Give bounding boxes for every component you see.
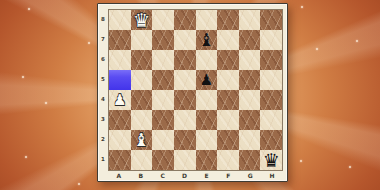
square-f7[interactable] [217,30,239,50]
square-d6[interactable] [174,50,196,70]
black-bishop[interactable]: ♝ [198,30,214,50]
rank-label-4: 4 [98,89,108,109]
square-e8[interactable] [196,10,218,30]
square-f2[interactable] [217,130,239,150]
square-f1[interactable] [217,150,239,170]
square-c5[interactable] [152,70,174,90]
white-bishop[interactable]: ♝ [133,130,149,150]
square-d2[interactable] [174,130,196,150]
square-h7[interactable] [260,30,282,50]
square-f3[interactable] [217,110,239,130]
square-g5[interactable] [239,70,261,90]
sparkle [25,156,27,158]
square-b6[interactable] [131,50,153,70]
square-g7[interactable] [239,30,261,50]
sparkle [78,183,80,185]
square-c7[interactable] [152,30,174,50]
sparkle [45,102,47,104]
square-g3[interactable] [239,110,261,130]
sparkle [300,160,302,162]
square-b7[interactable] [131,30,153,50]
square-d4[interactable] [174,90,196,110]
square-h3[interactable] [260,110,282,130]
square-h1[interactable]: ♛ [260,150,282,170]
square-a2[interactable] [109,130,131,150]
square-a7[interactable] [109,30,131,50]
square-e7[interactable]: ♝ [196,30,218,50]
sparkle [356,40,358,42]
square-b8[interactable]: ♛ [131,10,153,30]
sparkle [88,42,90,44]
square-c8[interactable] [152,10,174,30]
square-g6[interactable] [239,50,261,70]
rank-label-1: 1 [98,149,108,169]
square-h8[interactable] [260,10,282,30]
square-b2[interactable]: ♝ [131,130,153,150]
square-c3[interactable] [152,110,174,130]
sparkle [316,48,318,50]
square-a5[interactable] [109,70,131,90]
square-a1[interactable] [109,150,131,170]
square-e6[interactable] [196,50,218,70]
rank-label-7: 7 [98,29,108,49]
square-b3[interactable] [131,110,153,130]
square-e5[interactable]: ♟ [196,70,218,90]
square-d5[interactable] [174,70,196,90]
rank-labels: 87654321 [98,9,108,169]
square-f6[interactable] [217,50,239,70]
square-b1[interactable] [131,150,153,170]
black-queen[interactable]: ♛ [263,150,280,170]
square-f5[interactable] [217,70,239,90]
square-f4[interactable] [217,90,239,110]
square-h6[interactable] [260,50,282,70]
white-pawn[interactable]: ♟ [113,90,126,110]
white-queen[interactable]: ♛ [133,10,150,30]
square-b4[interactable] [131,90,153,110]
square-c1[interactable] [152,150,174,170]
square-e2[interactable] [196,130,218,150]
square-g8[interactable] [239,10,261,30]
chess-board: 87654321 ABCDEFGH ♛♝♟♟♝♛ [97,3,288,182]
sparkle [22,76,24,78]
rank-label-6: 6 [98,49,108,69]
square-c2[interactable] [152,130,174,150]
square-g2[interactable] [239,130,261,150]
rank-label-5: 5 [98,69,108,89]
square-c6[interactable] [152,50,174,70]
rank-label-2: 2 [98,129,108,149]
square-h2[interactable] [260,130,282,150]
square-b5[interactable] [131,70,153,90]
square-e4[interactable] [196,90,218,110]
square-a3[interactable] [109,110,131,130]
square-g1[interactable] [239,150,261,170]
square-d8[interactable] [174,10,196,30]
sparkle [28,8,30,10]
square-d7[interactable] [174,30,196,50]
black-pawn[interactable]: ♟ [200,70,213,90]
rank-label-8: 8 [98,9,108,29]
square-c4[interactable] [152,90,174,110]
board-squares: ♛♝♟♟♝♛ [108,9,283,171]
sparkle [349,166,351,168]
square-a6[interactable] [109,50,131,70]
square-a8[interactable] [109,10,131,30]
square-e1[interactable] [196,150,218,170]
square-a4[interactable]: ♟ [109,90,131,110]
square-e3[interactable] [196,110,218,130]
square-f8[interactable] [217,10,239,30]
square-h5[interactable] [260,70,282,90]
sparkle [301,6,303,8]
rank-label-3: 3 [98,109,108,129]
square-d1[interactable] [174,150,196,170]
square-g4[interactable] [239,90,261,110]
chess-scene: 87654321 ABCDEFGH ♛♝♟♟♝♛ [0,0,380,190]
square-h4[interactable] [260,90,282,110]
square-d3[interactable] [174,110,196,130]
